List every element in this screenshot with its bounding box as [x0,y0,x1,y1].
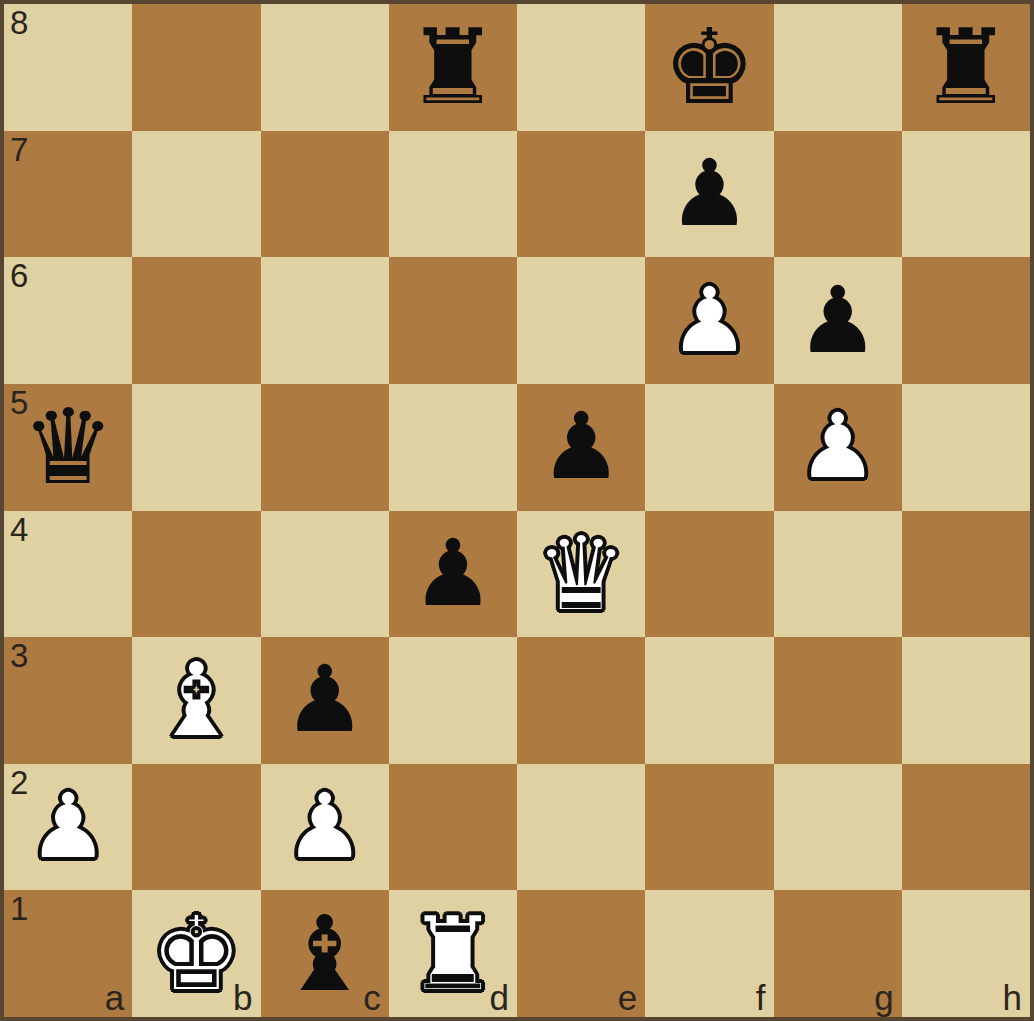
white-king-b1[interactable]: ♚ [150,902,243,1006]
black-pawn-c3[interactable]: ♟ [283,654,365,746]
square-f5[interactable] [645,384,773,511]
square-c1[interactable]: c♝ [261,890,389,1017]
square-g2[interactable] [774,764,902,891]
square-b2[interactable] [132,764,260,891]
square-g3[interactable] [774,637,902,764]
square-b7[interactable] [132,131,260,258]
square-f4[interactable] [645,511,773,638]
chess-board: 8♜♚♜7♟6♟♟5♛♟♟4♟♛3♝♟2♟♟1ab♚c♝d♜efgh [0,0,1034,1021]
black-rook-h8[interactable]: ♜ [919,15,1012,119]
square-g7[interactable] [774,131,902,258]
white-pawn-g5[interactable]: ♟ [796,401,878,493]
square-a1[interactable]: 1a [4,890,132,1017]
file-label-g: g [874,980,893,1015]
square-d6[interactable] [389,257,517,384]
chessboard-container: 8♜♚♜7♟6♟♟5♛♟♟4♟♛3♝♟2♟♟1ab♚c♝d♜efgh [0,0,1034,1021]
square-a3[interactable]: 3 [4,637,132,764]
square-d7[interactable] [389,131,517,258]
square-e1[interactable]: e [517,890,645,1017]
square-f6[interactable]: ♟ [645,257,773,384]
white-rook-d1[interactable]: ♜ [406,902,499,1006]
file-label-e: e [618,980,637,1015]
square-a5[interactable]: 5♛ [4,384,132,511]
square-b4[interactable] [132,511,260,638]
white-bishop-b3[interactable]: ♝ [150,648,243,752]
rank-label-8: 8 [10,6,28,39]
square-g8[interactable] [774,4,902,131]
square-g4[interactable] [774,511,902,638]
square-c4[interactable] [261,511,389,638]
rank-label-4: 4 [10,513,28,546]
white-pawn-f6[interactable]: ♟ [668,275,750,367]
file-label-f: f [756,980,766,1015]
square-h6[interactable] [902,257,1030,384]
square-b5[interactable] [132,384,260,511]
white-pawn-c2[interactable]: ♟ [283,781,365,873]
square-c6[interactable] [261,257,389,384]
square-d1[interactable]: d♜ [389,890,517,1017]
square-e8[interactable] [517,4,645,131]
square-h7[interactable] [902,131,1030,258]
square-c3[interactable]: ♟ [261,637,389,764]
square-g5[interactable]: ♟ [774,384,902,511]
square-h8[interactable]: ♜ [902,4,1030,131]
square-h1[interactable]: h [902,890,1030,1017]
square-e7[interactable] [517,131,645,258]
square-e5[interactable]: ♟ [517,384,645,511]
square-e3[interactable] [517,637,645,764]
file-label-a: a [105,980,124,1015]
square-b3[interactable]: ♝ [132,637,260,764]
square-f1[interactable]: f [645,890,773,1017]
square-d3[interactable] [389,637,517,764]
square-b1[interactable]: b♚ [132,890,260,1017]
black-queen-a5[interactable]: ♛ [22,395,115,499]
black-pawn-g6[interactable]: ♟ [796,275,878,367]
white-queen-e4[interactable]: ♛ [535,522,628,626]
square-a6[interactable]: 6 [4,257,132,384]
square-h3[interactable] [902,637,1030,764]
square-g6[interactable]: ♟ [774,257,902,384]
rank-label-2: 2 [10,766,28,799]
square-a2[interactable]: 2♟ [4,764,132,891]
rank-label-3: 3 [10,639,28,672]
black-rook-d8[interactable]: ♜ [406,15,499,119]
square-e2[interactable] [517,764,645,891]
file-label-d: d [490,980,509,1015]
square-f2[interactable] [645,764,773,891]
file-label-b: b [233,980,252,1015]
square-h2[interactable] [902,764,1030,891]
square-d8[interactable]: ♜ [389,4,517,131]
black-pawn-e5[interactable]: ♟ [540,401,622,493]
square-a7[interactable]: 7 [4,131,132,258]
square-f7[interactable]: ♟ [645,131,773,258]
rank-label-7: 7 [10,133,28,166]
square-a4[interactable]: 4 [4,511,132,638]
square-e6[interactable] [517,257,645,384]
square-f3[interactable] [645,637,773,764]
file-label-h: h [1003,980,1022,1015]
square-d4[interactable]: ♟ [389,511,517,638]
square-d5[interactable] [389,384,517,511]
square-g1[interactable]: g [774,890,902,1017]
square-f8[interactable]: ♚ [645,4,773,131]
black-king-f8[interactable]: ♚ [663,15,756,119]
file-label-c: c [363,980,381,1015]
square-c7[interactable] [261,131,389,258]
square-c5[interactable] [261,384,389,511]
square-b8[interactable] [132,4,260,131]
square-h4[interactable] [902,511,1030,638]
square-e4[interactable]: ♛ [517,511,645,638]
rank-label-1: 1 [10,892,28,925]
rank-label-5: 5 [10,386,28,419]
square-c8[interactable] [261,4,389,131]
square-c2[interactable]: ♟ [261,764,389,891]
black-pawn-f7[interactable]: ♟ [668,148,750,240]
white-pawn-a2[interactable]: ♟ [27,781,109,873]
black-pawn-d4[interactable]: ♟ [412,528,494,620]
square-b6[interactable] [132,257,260,384]
square-a8[interactable]: 8 [4,4,132,131]
square-h5[interactable] [902,384,1030,511]
rank-label-6: 6 [10,259,28,292]
black-bishop-c1[interactable]: ♝ [278,902,371,1006]
square-d2[interactable] [389,764,517,891]
